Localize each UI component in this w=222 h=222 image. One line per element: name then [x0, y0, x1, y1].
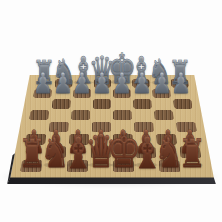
piece-black-pawn-b7: ♟	[53, 70, 73, 98]
piece-white-rook-h1: ♜	[179, 134, 207, 173]
square-d6	[93, 99, 112, 109]
square-e6	[113, 99, 132, 109]
square-b5	[50, 110, 70, 120]
square-f5	[134, 110, 154, 120]
square-d5	[92, 110, 111, 120]
piece-black-pawn-c7: ♟	[72, 70, 92, 98]
square-a6	[31, 99, 51, 109]
square-h6	[173, 99, 192, 109]
piece-black-pawn-g7: ♟	[152, 70, 172, 98]
chess-set-photo: ♜♞♝♛♚♝♞♜♟♟♟♟♟♟♟♟♟♟♟♟♟♟♟♟♜♞♝♛♚♝♞♜	[0, 0, 222, 222]
square-e5	[113, 110, 132, 120]
piece-black-pawn-e7: ♟	[112, 70, 132, 98]
piece-black-pawn-h7: ♟	[171, 70, 191, 98]
square-b6	[52, 99, 71, 109]
square-f6	[133, 99, 152, 109]
square-g6	[153, 99, 172, 109]
square-a5	[29, 110, 49, 120]
piece-black-pawn-d7: ♟	[92, 70, 112, 98]
piece-black-pawn-f7: ♟	[132, 70, 152, 98]
square-h5	[175, 110, 195, 120]
square-c5	[71, 110, 90, 120]
square-c6	[72, 99, 91, 109]
piece-black-pawn-a7: ♟	[33, 70, 53, 98]
square-g5	[154, 110, 174, 120]
